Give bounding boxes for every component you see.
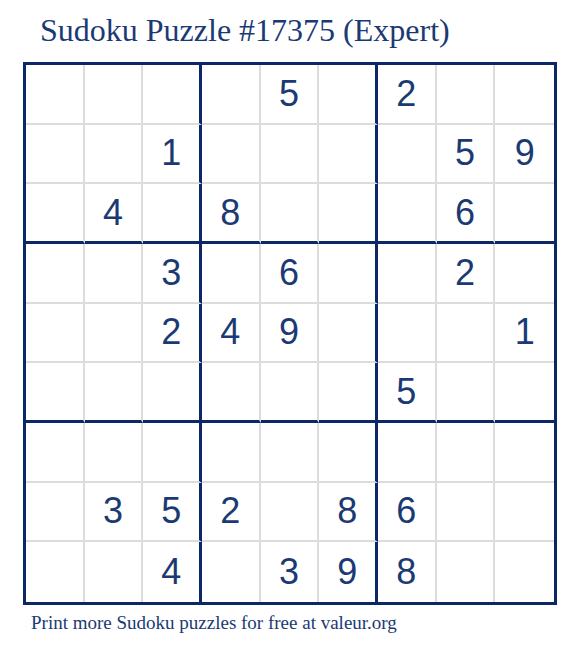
- cell-r7c4[interactable]: [202, 423, 261, 483]
- footer-text: Print more Sudoku puzzles for free at va…: [31, 612, 397, 634]
- cell-r7c9[interactable]: [495, 423, 554, 483]
- cell-r7c1[interactable]: [26, 423, 85, 483]
- sudoku-board: 5215948636224915352864398: [23, 62, 557, 605]
- given-digit: 8: [220, 192, 240, 234]
- cell-r3c8[interactable]: 6: [437, 184, 496, 244]
- cell-r4c4[interactable]: [202, 244, 261, 304]
- cell-r9c9[interactable]: [495, 542, 554, 602]
- cell-r6c7[interactable]: 5: [378, 363, 437, 423]
- cell-r5c8[interactable]: [437, 304, 496, 364]
- cell-r6c1[interactable]: [26, 363, 85, 423]
- cell-r3c5[interactable]: [261, 184, 320, 244]
- cell-r3c2[interactable]: 4: [85, 184, 144, 244]
- given-digit: 4: [103, 192, 123, 234]
- cell-r5c7[interactable]: [378, 304, 437, 364]
- cell-r6c5[interactable]: [261, 363, 320, 423]
- cell-r9c6[interactable]: 9: [319, 542, 378, 602]
- cell-r9c3[interactable]: 4: [143, 542, 202, 602]
- given-digit: 6: [279, 252, 299, 294]
- cell-r1c2[interactable]: [85, 65, 144, 125]
- given-digit: 5: [455, 132, 475, 174]
- cell-r2c4[interactable]: [202, 125, 261, 185]
- cell-r2c8[interactable]: 5: [437, 125, 496, 185]
- cell-r4c1[interactable]: [26, 244, 85, 304]
- cell-r6c4[interactable]: [202, 363, 261, 423]
- cell-r3c4[interactable]: 8: [202, 184, 261, 244]
- cell-r8c6[interactable]: 8: [319, 483, 378, 543]
- cell-r5c5[interactable]: 9: [261, 304, 320, 364]
- cell-r3c3[interactable]: [143, 184, 202, 244]
- cell-r4c9[interactable]: [495, 244, 554, 304]
- cell-r2c2[interactable]: [85, 125, 144, 185]
- cell-r3c6[interactable]: [319, 184, 378, 244]
- given-digit: 9: [515, 132, 535, 174]
- cell-r1c4[interactable]: [202, 65, 261, 125]
- cell-r7c5[interactable]: [261, 423, 320, 483]
- given-digit: 2: [396, 73, 416, 115]
- cell-r5c4[interactable]: 4: [202, 304, 261, 364]
- cell-r7c8[interactable]: [437, 423, 496, 483]
- cell-r2c9[interactable]: 9: [495, 125, 554, 185]
- cell-r2c1[interactable]: [26, 125, 85, 185]
- given-digit: 5: [161, 490, 181, 532]
- cell-r1c8[interactable]: [437, 65, 496, 125]
- cell-r8c4[interactable]: 2: [202, 483, 261, 543]
- given-digit: 9: [279, 311, 299, 353]
- cell-r3c1[interactable]: [26, 184, 85, 244]
- cell-r5c1[interactable]: [26, 304, 85, 364]
- cell-r8c5[interactable]: [261, 483, 320, 543]
- cell-r1c3[interactable]: [143, 65, 202, 125]
- given-digit: 4: [161, 551, 181, 593]
- cell-r1c1[interactable]: [26, 65, 85, 125]
- cell-r5c9[interactable]: 1: [495, 304, 554, 364]
- cell-r1c7[interactable]: 2: [378, 65, 437, 125]
- cell-r8c8[interactable]: [437, 483, 496, 543]
- cell-r7c3[interactable]: [143, 423, 202, 483]
- cell-r9c5[interactable]: 3: [261, 542, 320, 602]
- given-digit: 3: [279, 551, 299, 593]
- cell-r7c6[interactable]: [319, 423, 378, 483]
- cell-r9c7[interactable]: 8: [378, 542, 437, 602]
- cell-r5c3[interactable]: 2: [143, 304, 202, 364]
- page: Sudoku Puzzle #17375 (Expert) 5215948636…: [0, 0, 580, 651]
- cell-r6c2[interactable]: [85, 363, 144, 423]
- cell-r3c7[interactable]: [378, 184, 437, 244]
- given-digit: 3: [161, 252, 181, 294]
- cell-r8c9[interactable]: [495, 483, 554, 543]
- cell-r6c8[interactable]: [437, 363, 496, 423]
- given-digit: 8: [396, 551, 416, 593]
- cell-r5c2[interactable]: [85, 304, 144, 364]
- cell-r2c6[interactable]: [319, 125, 378, 185]
- puzzle-title: Sudoku Puzzle #17375 (Expert): [40, 12, 450, 49]
- cell-r4c3[interactable]: 3: [143, 244, 202, 304]
- cell-r8c3[interactable]: 5: [143, 483, 202, 543]
- cell-r4c6[interactable]: [319, 244, 378, 304]
- cell-r4c7[interactable]: [378, 244, 437, 304]
- given-digit: 9: [337, 551, 357, 593]
- given-digit: 2: [220, 490, 240, 532]
- cell-r8c7[interactable]: 6: [378, 483, 437, 543]
- cell-r2c5[interactable]: [261, 125, 320, 185]
- given-digit: 4: [220, 311, 240, 353]
- given-digit: 5: [396, 371, 416, 413]
- cell-r9c2[interactable]: [85, 542, 144, 602]
- cell-r7c7[interactable]: [378, 423, 437, 483]
- cell-r6c9[interactable]: [495, 363, 554, 423]
- cell-r8c2[interactable]: 3: [85, 483, 144, 543]
- cell-r2c3[interactable]: 1: [143, 125, 202, 185]
- given-digit: 2: [161, 311, 181, 353]
- given-digit: 1: [515, 311, 535, 353]
- cell-r6c6[interactable]: [319, 363, 378, 423]
- given-digit: 6: [396, 490, 416, 532]
- given-digit: 1: [161, 132, 181, 174]
- given-digit: 8: [337, 490, 357, 532]
- cell-r4c2[interactable]: [85, 244, 144, 304]
- cell-r9c4[interactable]: [202, 542, 261, 602]
- cell-r1c5[interactable]: 5: [261, 65, 320, 125]
- cell-r2c7[interactable]: [378, 125, 437, 185]
- cell-r8c1[interactable]: [26, 483, 85, 543]
- given-digit: 3: [103, 490, 123, 532]
- cell-r4c5[interactable]: 6: [261, 244, 320, 304]
- cell-r9c1[interactable]: [26, 542, 85, 602]
- cell-r5c6[interactable]: [319, 304, 378, 364]
- cell-r1c6[interactable]: [319, 65, 378, 125]
- cell-r9c8[interactable]: [437, 542, 496, 602]
- cell-r7c2[interactable]: [85, 423, 144, 483]
- cell-r4c8[interactable]: 2: [437, 244, 496, 304]
- given-digit: 2: [455, 252, 475, 294]
- cell-r1c9[interactable]: [495, 65, 554, 125]
- cell-r6c3[interactable]: [143, 363, 202, 423]
- cell-r3c9[interactable]: [495, 184, 554, 244]
- given-digit: 6: [455, 192, 475, 234]
- given-digit: 5: [279, 73, 299, 115]
